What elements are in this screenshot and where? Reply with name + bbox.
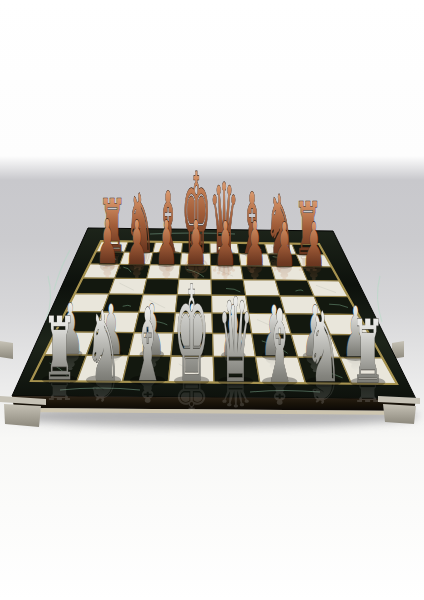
black-pawn-g7: ♟ bbox=[273, 209, 295, 280]
black-pawn-b7: ♟ bbox=[126, 207, 148, 278]
white-queen-e1: ♛ bbox=[218, 273, 253, 407]
board-foot-front-left-face bbox=[4, 404, 41, 427]
black-pawn-e7: ♟ bbox=[214, 208, 236, 279]
board-svg: ♜♜♞♞♝♝♚♚♛♛♝♝♞♞♜♜♟♟♟♟♟♟♟♟♟♟♟♟♟♟♟♟♟♟♟♟♟♟♟♟… bbox=[0, 0, 424, 600]
board-foot-rear-left bbox=[0, 341, 13, 359]
white-rook-h1: ♜ bbox=[351, 301, 384, 402]
white-king-d1: ♚ bbox=[174, 258, 209, 411]
white-rook-a1: ♜ bbox=[43, 299, 76, 400]
black-pawn-h7: ♟ bbox=[302, 210, 324, 281]
black-pawn-a7: ♟ bbox=[96, 207, 118, 278]
photo-background: ♜♜♞♞♝♝♚♚♛♛♝♝♞♞♜♜♟♟♟♟♟♟♟♟♟♟♟♟♟♟♟♟♟♟♟♟♟♟♟♟… bbox=[0, 0, 424, 600]
white-knight-g1: ♞ bbox=[306, 292, 341, 403]
white-knight-b1: ♞ bbox=[86, 290, 121, 401]
board-foot-front-right-face bbox=[383, 404, 416, 424]
black-pawn-f7: ♟ bbox=[243, 209, 265, 280]
chess-board: ♜♜♞♞♝♝♚♚♛♛♝♝♞♞♜♜♟♟♟♟♟♟♟♟♟♟♟♟♟♟♟♟♟♟♟♟♟♟♟♟… bbox=[0, 0, 424, 600]
white-bishop-c1: ♝ bbox=[131, 287, 163, 404]
white-bishop-f1: ♝ bbox=[263, 288, 295, 405]
